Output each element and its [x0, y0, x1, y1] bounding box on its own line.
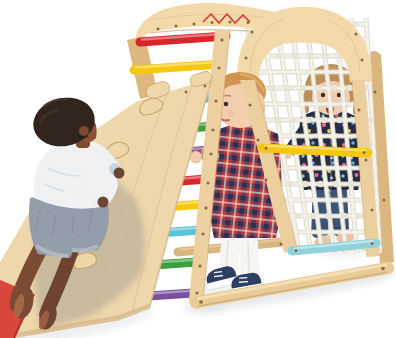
- child-middle-eye: [224, 102, 229, 107]
- child-left-hand: [98, 197, 109, 208]
- climber-scene: [0, 0, 396, 338]
- child-right-eye: [321, 93, 325, 97]
- child-left-ear: [79, 126, 89, 136]
- product-photo: [0, 0, 396, 338]
- child-left-hand: [114, 168, 125, 179]
- child-middle-hand: [190, 151, 202, 163]
